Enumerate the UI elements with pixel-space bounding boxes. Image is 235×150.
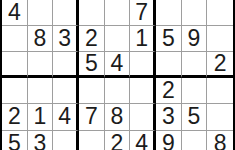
cell-r2c7[interactable]: 5 [156,26,182,52]
cell-r3c8[interactable] [182,52,208,78]
cell-r5c9[interactable] [207,104,233,130]
cell-r1c3[interactable] [53,0,79,26]
cell-r6c7[interactable]: 9 [156,131,182,150]
cell-r5c7[interactable]: 3 [156,104,182,130]
cell-r5c4[interactable]: 7 [79,104,105,130]
cell-r3c2[interactable] [28,52,54,78]
cell-r4c8[interactable] [182,78,208,104]
cell-r1c2[interactable] [28,0,54,26]
cell-r1c7[interactable] [156,0,182,26]
cell-r1c8[interactable] [182,0,208,26]
cell-r1c1[interactable]: 4 [2,0,28,26]
cell-r2c1[interactable] [2,26,28,52]
cell-r6c9[interactable]: 8 [207,131,233,150]
cell-r2c5[interactable] [105,26,131,52]
cell-r3c4[interactable]: 5 [79,52,105,78]
cell-r2c2[interactable]: 8 [28,26,54,52]
cell-r6c1[interactable]: 5 [2,131,28,150]
sudoku-board: 4783215954222147835532498 [0,0,235,150]
cell-r6c6[interactable]: 4 [130,131,156,150]
cell-r4c3[interactable] [53,78,79,104]
cell-r5c5[interactable]: 8 [105,104,131,130]
cell-r4c4[interactable] [79,78,105,104]
cell-r2c4[interactable]: 2 [79,26,105,52]
cell-r3c7[interactable] [156,52,182,78]
cell-r6c4[interactable] [79,131,105,150]
cell-r6c2[interactable]: 3 [28,131,54,150]
cell-r4c2[interactable] [28,78,54,104]
cell-r4c6[interactable] [130,78,156,104]
cell-r2c9[interactable] [207,26,233,52]
cell-r2c6[interactable]: 1 [130,26,156,52]
cell-r6c8[interactable] [182,131,208,150]
cell-r3c3[interactable] [53,52,79,78]
cell-r2c8[interactable]: 9 [182,26,208,52]
cell-r4c1[interactable] [2,78,28,104]
cell-r5c1[interactable]: 2 [2,104,28,130]
cell-r3c5[interactable]: 4 [105,52,131,78]
cell-r4c9[interactable] [207,78,233,104]
cell-r3c6[interactable] [130,52,156,78]
cell-r1c4[interactable] [79,0,105,26]
cell-r6c5[interactable]: 2 [105,131,131,150]
cell-r3c1[interactable] [2,52,28,78]
cell-r3c9[interactable]: 2 [207,52,233,78]
cell-r6c3[interactable] [53,131,79,150]
cell-r1c9[interactable] [207,0,233,26]
cell-r5c6[interactable] [130,104,156,130]
cell-r1c5[interactable] [105,0,131,26]
cell-r5c2[interactable]: 1 [28,104,54,130]
cell-r5c8[interactable]: 5 [182,104,208,130]
cell-r5c3[interactable]: 4 [53,104,79,130]
cell-r1c6[interactable]: 7 [130,0,156,26]
cell-r2c3[interactable]: 3 [53,26,79,52]
cell-r4c5[interactable] [105,78,131,104]
cell-r4c7[interactable]: 2 [156,78,182,104]
